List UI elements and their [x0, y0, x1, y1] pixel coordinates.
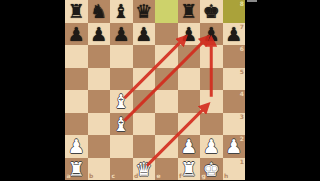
- square-e7[interactable]: [155, 23, 178, 46]
- square-a8[interactable]: ♜: [65, 0, 88, 23]
- coord-label-rank-4: 4: [240, 91, 244, 97]
- square-b3[interactable]: [88, 113, 111, 136]
- square-e8[interactable]: [155, 0, 178, 23]
- square-f6[interactable]: [178, 45, 201, 68]
- square-c5[interactable]: [110, 68, 133, 91]
- square-g6[interactable]: [200, 45, 223, 68]
- coord-label-rank-3: 3: [240, 114, 244, 120]
- black-bishop[interactable]: ♝: [110, 0, 133, 23]
- square-f2[interactable]: ♟: [178, 135, 201, 158]
- square-d6[interactable]: [133, 45, 156, 68]
- square-f7[interactable]: ♟: [178, 23, 201, 46]
- square-f8[interactable]: ♜: [178, 0, 201, 23]
- square-f1[interactable]: ♜f: [178, 158, 201, 181]
- coord-label-file-c: c: [112, 173, 116, 179]
- black-rook[interactable]: ♜: [178, 0, 201, 23]
- square-e6[interactable]: [155, 45, 178, 68]
- white-rook[interactable]: ♜: [65, 158, 88, 181]
- white-pawn[interactable]: ♟: [200, 135, 223, 158]
- black-knight[interactable]: ♞: [88, 0, 111, 23]
- square-a7[interactable]: ♟: [65, 23, 88, 46]
- square-f4[interactable]: [178, 90, 201, 113]
- square-a2[interactable]: ♟: [65, 135, 88, 158]
- square-d5[interactable]: [133, 68, 156, 91]
- white-king[interactable]: ♚: [200, 158, 223, 181]
- square-e2[interactable]: [155, 135, 178, 158]
- square-a1[interactable]: ♜a: [65, 158, 88, 181]
- square-e5[interactable]: [155, 68, 178, 91]
- square-c7[interactable]: ♟: [110, 23, 133, 46]
- square-g4[interactable]: [200, 90, 223, 113]
- black-pawn[interactable]: ♟: [88, 23, 111, 46]
- square-d3[interactable]: [133, 113, 156, 136]
- white-pawn[interactable]: ♟: [223, 135, 246, 158]
- square-h1[interactable]: 1h: [223, 158, 246, 181]
- square-d4[interactable]: [133, 90, 156, 113]
- square-a6[interactable]: [65, 45, 88, 68]
- square-b1[interactable]: b: [88, 158, 111, 181]
- square-h6[interactable]: 6: [223, 45, 246, 68]
- square-c3[interactable]: ♝: [110, 113, 133, 136]
- square-h8[interactable]: 8: [223, 0, 246, 23]
- white-pawn[interactable]: ♟: [178, 135, 201, 158]
- black-pawn[interactable]: ♟: [200, 23, 223, 46]
- black-pawn[interactable]: ♟: [110, 23, 133, 46]
- video-letterbox-background: ♜♞♝♛♜♚8♟♟♟♟♟♟♟765♝4♝3♟♟♟♟2♜abc♛de♜f♚g1h: [0, 0, 320, 180]
- coord-label-rank-8: 8: [240, 1, 244, 7]
- black-pawn[interactable]: ♟: [133, 23, 156, 46]
- white-rook[interactable]: ♜: [178, 158, 201, 181]
- square-b5[interactable]: [88, 68, 111, 91]
- coord-label-rank-6: 6: [240, 46, 244, 52]
- square-b8[interactable]: ♞: [88, 0, 111, 23]
- square-c2[interactable]: [110, 135, 133, 158]
- white-bishop[interactable]: ♝: [110, 113, 133, 136]
- square-e3[interactable]: [155, 113, 178, 136]
- square-f5[interactable]: [178, 68, 201, 91]
- square-d2[interactable]: [133, 135, 156, 158]
- square-d7[interactable]: ♟: [133, 23, 156, 46]
- square-h3[interactable]: 3: [223, 113, 246, 136]
- chess-board[interactable]: ♜♞♝♛♜♚8♟♟♟♟♟♟♟765♝4♝3♟♟♟♟2♜abc♛de♜f♚g1h: [65, 0, 245, 180]
- square-b4[interactable]: [88, 90, 111, 113]
- square-d8[interactable]: ♛: [133, 0, 156, 23]
- square-h2[interactable]: ♟2: [223, 135, 246, 158]
- square-g1[interactable]: ♚g: [200, 158, 223, 181]
- square-d1[interactable]: ♛d: [133, 158, 156, 181]
- black-king[interactable]: ♚: [200, 0, 223, 23]
- square-f3[interactable]: [178, 113, 201, 136]
- square-b7[interactable]: ♟: [88, 23, 111, 46]
- white-bishop[interactable]: ♝: [110, 90, 133, 113]
- coord-label-rank-5: 5: [240, 69, 244, 75]
- black-pawn[interactable]: ♟: [65, 23, 88, 46]
- square-e4[interactable]: [155, 90, 178, 113]
- coord-label-file-b: b: [89, 173, 93, 179]
- square-e1[interactable]: e: [155, 158, 178, 181]
- square-c8[interactable]: ♝: [110, 0, 133, 23]
- square-c1[interactable]: c: [110, 158, 133, 181]
- square-h7[interactable]: ♟7: [223, 23, 246, 46]
- square-h5[interactable]: 5: [223, 68, 246, 91]
- square-c6[interactable]: [110, 45, 133, 68]
- coord-label-file-e: e: [157, 173, 161, 179]
- coord-label-file-h: h: [224, 173, 228, 179]
- square-g5[interactable]: [200, 68, 223, 91]
- square-a5[interactable]: [65, 68, 88, 91]
- square-a4[interactable]: [65, 90, 88, 113]
- square-c4[interactable]: ♝: [110, 90, 133, 113]
- square-g2[interactable]: ♟: [200, 135, 223, 158]
- video-ui-artifact: [247, 0, 257, 2]
- black-queen[interactable]: ♛: [133, 0, 156, 23]
- black-rook[interactable]: ♜: [65, 0, 88, 23]
- coord-label-rank-1: 1: [240, 159, 244, 165]
- square-g7[interactable]: ♟: [200, 23, 223, 46]
- white-queen[interactable]: ♛: [133, 158, 156, 181]
- black-pawn[interactable]: ♟: [223, 23, 246, 46]
- square-h4[interactable]: 4: [223, 90, 246, 113]
- square-g8[interactable]: ♚: [200, 0, 223, 23]
- black-pawn[interactable]: ♟: [178, 23, 201, 46]
- square-g3[interactable]: [200, 113, 223, 136]
- square-a3[interactable]: [65, 113, 88, 136]
- square-b2[interactable]: [88, 135, 111, 158]
- square-b6[interactable]: [88, 45, 111, 68]
- white-pawn[interactable]: ♟: [65, 135, 88, 158]
